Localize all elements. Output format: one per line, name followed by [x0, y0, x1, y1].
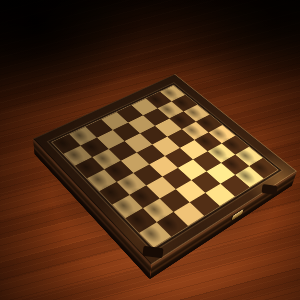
black-pawn[interactable]: ♟ [238, 148, 261, 179]
brass-latch-icon [232, 209, 244, 220]
box-foot [262, 184, 278, 195]
chess-board: ♜♞♝♛♚♝♞♜♟♟♟♟♟♟♟♟♟♟♟♟♟♟♟♟♜♞♝♛♚♝♞♜ [51, 85, 279, 249]
scene: ♜♞♝♛♚♝♞♜♟♟♟♟♟♟♟♟♟♟♟♟♟♟♟♟♜♞♝♛♚♝♞♜ [60, 50, 270, 260]
square-h1[interactable]: ♜ [139, 222, 171, 247]
table-surface: ♜♞♝♛♚♝♞♜♟♟♟♟♟♟♟♟♟♟♟♟♟♟♟♟♜♞♝♛♚♝♞♜ [0, 0, 300, 300]
white-rook[interactable]: ♜ [140, 196, 171, 238]
